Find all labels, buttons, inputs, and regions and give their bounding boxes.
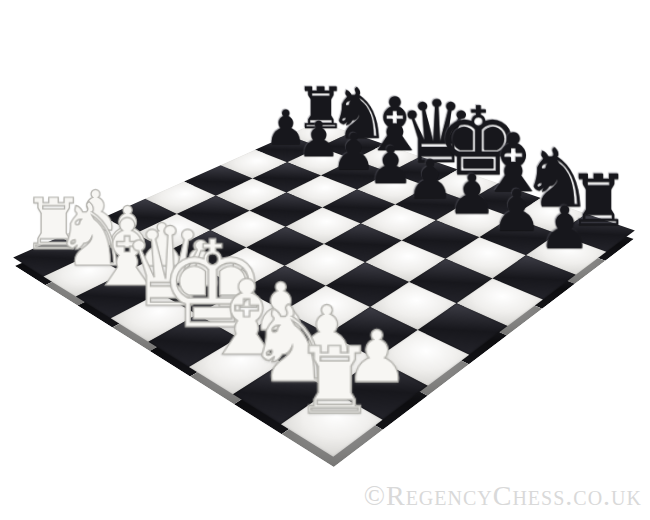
square-h1[interactable]: ♜: [281, 390, 383, 457]
board-3d-wrapper: ♜♞♝♛♚♝♞♜♟♟♟♟♟♟♟♟♟♟♟♟♟♟♟♟♜♞♝♛♚♝♞♜: [0, 0, 650, 520]
chess-board: ♜♞♝♛♚♝♞♜♟♟♟♟♟♟♟♟♟♟♟♟♟♟♟♟♜♞♝♛♚♝♞♜: [13, 122, 635, 457]
black-pawn[interactable]: ♟: [536, 200, 593, 254]
product-photo: ♜♞♝♛♚♝♞♜♟♟♟♟♟♟♟♟♟♟♟♟♟♟♟♟♜♞♝♛♚♝♞♜ ©Regenc…: [0, 0, 650, 520]
white-rook[interactable]: ♜: [293, 339, 365, 423]
watermark: ©RegencyChess.co.uk: [364, 480, 642, 512]
